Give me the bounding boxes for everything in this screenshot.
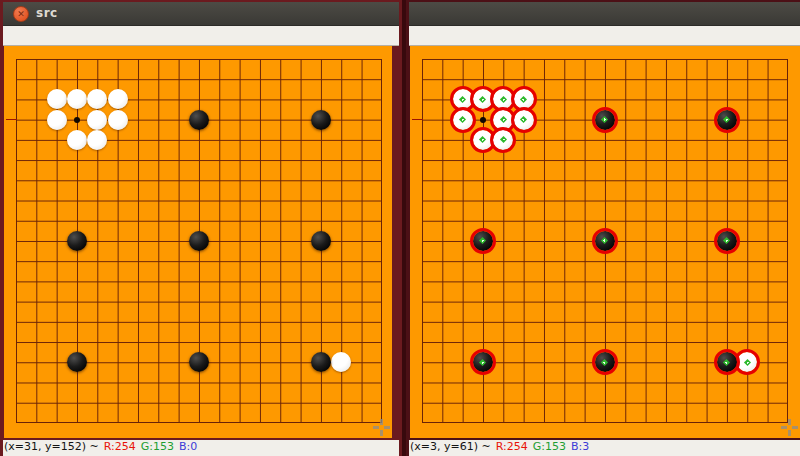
pixel-blue-value: B:3 <box>571 440 589 453</box>
hoshi-dot <box>74 117 80 123</box>
toolbar <box>3 26 399 46</box>
stone-white <box>331 352 351 372</box>
stone-white <box>87 89 107 109</box>
hoshi-dot <box>480 117 486 123</box>
pixel-red-value: R:254 <box>104 440 136 453</box>
pixel-green-value: G:153 <box>533 440 566 453</box>
stone-white <box>47 89 67 109</box>
stone-white <box>87 110 107 130</box>
titlebar[interactable] <box>409 2 800 26</box>
stone-black <box>67 231 87 251</box>
pixel-red-value: R:254 <box>496 440 528 453</box>
stone-white <box>47 110 67 130</box>
stone-black <box>311 231 331 251</box>
stone-black <box>189 110 209 130</box>
window-title: src <box>36 6 58 20</box>
resize-grip-icon[interactable] <box>373 419 390 436</box>
status-bar: (x=31, y=152) ~R:254G:153B:0 <box>3 440 399 456</box>
titlebar[interactable]: ✕ src <box>3 2 399 26</box>
cursor-coords: (x=31, y=152) ~ <box>4 440 99 453</box>
stone-white <box>87 130 107 150</box>
stone-black <box>311 352 331 372</box>
pixel-green-value: G:153 <box>141 440 174 453</box>
stone-black <box>311 110 331 130</box>
board-canvas-src[interactable] <box>4 46 392 438</box>
status-bar: (x=3, y=61) ~R:254G:153B:3 <box>409 440 800 456</box>
close-button[interactable]: ✕ <box>13 6 29 22</box>
window-src: ✕ src (x=31, y=152) ~R:254G:153B:0 <box>0 0 402 456</box>
stone-white <box>67 130 87 150</box>
grid-line-artifact <box>6 119 17 120</box>
toolbar <box>409 26 800 46</box>
stone-white <box>67 89 87 109</box>
stone-black <box>189 231 209 251</box>
window-detection: (x=3, y=61) ~R:254G:153B:3 <box>406 0 800 456</box>
stone-white <box>108 89 128 109</box>
go-board-grid <box>422 59 788 423</box>
go-board-grid <box>16 59 382 423</box>
board-canvas-detection[interactable] <box>410 46 800 438</box>
stone-black <box>189 352 209 372</box>
stone-black <box>67 352 87 372</box>
cursor-coords: (x=3, y=61) ~ <box>410 440 491 453</box>
grid-line-artifact <box>412 119 423 120</box>
resize-grip-icon[interactable] <box>781 419 798 436</box>
stone-white <box>108 110 128 130</box>
pixel-blue-value: B:0 <box>179 440 197 453</box>
